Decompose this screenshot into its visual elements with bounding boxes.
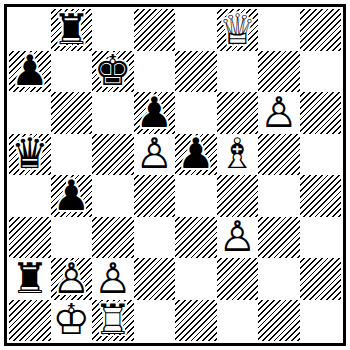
square-c6[interactable] <box>92 92 134 134</box>
square-e7[interactable] <box>175 51 217 93</box>
white-rook-fill-c1: ♜ <box>92 300 134 342</box>
square-b1[interactable]: ♚♔ <box>51 300 93 342</box>
square-h4[interactable] <box>300 175 342 217</box>
square-h2[interactable] <box>300 258 342 300</box>
square-e5[interactable]: ♟ <box>175 134 217 176</box>
square-d8[interactable] <box>134 9 176 51</box>
square-e6[interactable] <box>175 92 217 134</box>
square-g4[interactable] <box>258 175 300 217</box>
square-d5[interactable]: ♟♙ <box>134 134 176 176</box>
square-c7[interactable]: ♚ <box>92 51 134 93</box>
square-h1[interactable] <box>300 300 342 342</box>
white-pawn-fill-g6: ♟ <box>258 92 300 134</box>
square-e3[interactable] <box>175 217 217 259</box>
white-pawn-fill-c2: ♟ <box>92 258 134 300</box>
piece-black-rook-a2: ♜ <box>9 258 51 300</box>
piece-black-pawn-e5: ♟ <box>175 134 217 176</box>
square-e8[interactable] <box>175 9 217 51</box>
square-f8[interactable]: ♛♕ <box>217 9 259 51</box>
square-g7[interactable] <box>258 51 300 93</box>
square-h3[interactable] <box>300 217 342 259</box>
square-e1[interactable] <box>175 300 217 342</box>
square-a3[interactable] <box>9 217 51 259</box>
square-d2[interactable] <box>134 258 176 300</box>
square-d7[interactable] <box>134 51 176 93</box>
piece-black-pawn-a7: ♟ <box>9 51 51 93</box>
square-g3[interactable] <box>258 217 300 259</box>
piece-white-pawn-d5: ♙ <box>134 134 176 176</box>
piece-white-pawn-c2: ♙ <box>92 258 134 300</box>
square-f5[interactable]: ♝♗ <box>217 134 259 176</box>
piece-white-king-b1: ♔ <box>51 300 93 342</box>
piece-white-pawn-g6: ♙ <box>258 92 300 134</box>
square-c1[interactable]: ♜♖ <box>92 300 134 342</box>
white-pawn-fill-f3: ♟ <box>217 217 259 259</box>
square-b2[interactable]: ♟♙ <box>51 258 93 300</box>
square-f2[interactable] <box>217 258 259 300</box>
piece-white-bishop-f5: ♗ <box>217 134 259 176</box>
piece-white-pawn-b2: ♙ <box>51 258 93 300</box>
square-h6[interactable] <box>300 92 342 134</box>
square-a4[interactable] <box>9 175 51 217</box>
square-b8[interactable]: ♜ <box>51 9 93 51</box>
square-a5[interactable]: ♛ <box>9 134 51 176</box>
square-f3[interactable]: ♟♙ <box>217 217 259 259</box>
board-frame: ♜♛♕♟♚♟♟♙♛♟♙♟♝♗♟♟♙♜♟♙♟♙♚♔♜♖ <box>4 4 346 346</box>
piece-white-queen-f8: ♕ <box>217 9 259 51</box>
piece-black-rook-b8: ♜ <box>51 9 93 51</box>
square-h8[interactable] <box>300 9 342 51</box>
square-h5[interactable] <box>300 134 342 176</box>
square-b5[interactable] <box>51 134 93 176</box>
square-c4[interactable] <box>92 175 134 217</box>
square-g8[interactable] <box>258 9 300 51</box>
square-f7[interactable] <box>217 51 259 93</box>
white-bishop-fill-f5: ♝ <box>217 134 259 176</box>
piece-black-queen-a5: ♛ <box>9 134 51 176</box>
square-g2[interactable] <box>258 258 300 300</box>
square-b6[interactable] <box>51 92 93 134</box>
square-a2[interactable]: ♜ <box>9 258 51 300</box>
square-e2[interactable] <box>175 258 217 300</box>
white-pawn-fill-d5: ♟ <box>134 134 176 176</box>
piece-black-pawn-d6: ♟ <box>134 92 176 134</box>
square-c3[interactable] <box>92 217 134 259</box>
square-d1[interactable] <box>134 300 176 342</box>
square-f4[interactable] <box>217 175 259 217</box>
square-d6[interactable]: ♟ <box>134 92 176 134</box>
white-king-fill-b1: ♚ <box>51 300 93 342</box>
square-c2[interactable]: ♟♙ <box>92 258 134 300</box>
square-g6[interactable]: ♟♙ <box>258 92 300 134</box>
square-f6[interactable] <box>217 92 259 134</box>
square-d4[interactable] <box>134 175 176 217</box>
square-g1[interactable] <box>258 300 300 342</box>
piece-white-pawn-f3: ♙ <box>217 217 259 259</box>
white-pawn-fill-b2: ♟ <box>51 258 93 300</box>
chess-board: ♜♛♕♟♚♟♟♙♛♟♙♟♝♗♟♟♙♜♟♙♟♙♚♔♜♖ <box>9 9 341 341</box>
square-e4[interactable] <box>175 175 217 217</box>
square-g5[interactable] <box>258 134 300 176</box>
square-d3[interactable] <box>134 217 176 259</box>
square-b7[interactable] <box>51 51 93 93</box>
white-queen-fill-f8: ♛ <box>217 9 259 51</box>
square-a6[interactable] <box>9 92 51 134</box>
square-h7[interactable] <box>300 51 342 93</box>
piece-black-pawn-b4: ♟ <box>51 175 93 217</box>
square-b3[interactable] <box>51 217 93 259</box>
square-a1[interactable] <box>9 300 51 342</box>
square-f1[interactable] <box>217 300 259 342</box>
square-c5[interactable] <box>92 134 134 176</box>
square-a8[interactable] <box>9 9 51 51</box>
square-a7[interactable]: ♟ <box>9 51 51 93</box>
square-c8[interactable] <box>92 9 134 51</box>
piece-black-king-c7: ♚ <box>92 51 134 93</box>
square-b4[interactable]: ♟ <box>51 175 93 217</box>
piece-white-rook-c1: ♖ <box>92 300 134 342</box>
chess-diagram: ♜♛♕♟♚♟♟♙♛♟♙♟♝♗♟♟♙♜♟♙♟♙♚♔♜♖ <box>0 0 350 350</box>
